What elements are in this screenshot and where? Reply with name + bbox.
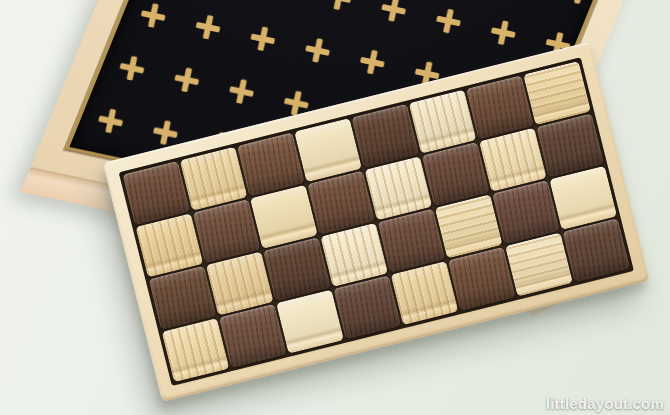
board-cross-mark [227, 77, 255, 105]
board-cross-mark [489, 18, 517, 46]
board-cross-mark [379, 0, 407, 24]
cube-light[interactable] [162, 318, 230, 382]
cube-dark[interactable] [219, 304, 287, 368]
board-cross-mark [139, 1, 167, 29]
cube-light[interactable] [276, 290, 344, 354]
board-cross-mark [434, 7, 462, 35]
board-cross-mark [358, 48, 386, 76]
cube-light[interactable] [505, 232, 573, 296]
board-cross-mark [194, 13, 222, 41]
cube-light[interactable] [391, 261, 459, 325]
watermark: littledayout.com [546, 395, 664, 412]
board-cross-mark [118, 54, 146, 82]
board-cross-mark [565, 0, 593, 6]
board-cross-mark [249, 25, 277, 53]
cube-dark[interactable] [448, 247, 516, 311]
board-cross-mark [151, 118, 179, 146]
photo-scene: littledayout.com [0, 0, 670, 415]
board-cross-mark [303, 36, 331, 64]
cube-dark[interactable] [333, 275, 401, 339]
cube-dark[interactable] [562, 218, 630, 282]
board-cross-mark [325, 0, 353, 12]
board-cross-mark [173, 66, 201, 94]
board-cross-mark [96, 107, 124, 135]
